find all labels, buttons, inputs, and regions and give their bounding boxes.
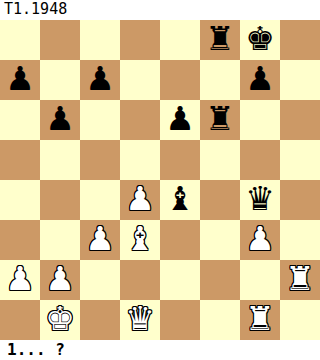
square-f7[interactable] xyxy=(200,60,240,100)
black-pawn: ♟ xyxy=(245,59,275,99)
square-d6[interactable] xyxy=(120,100,160,140)
black-queen: ♛ xyxy=(245,179,275,219)
puzzle-title: T1.1948 xyxy=(0,0,320,20)
square-c5[interactable] xyxy=(80,140,120,180)
square-b1[interactable]: ♚ xyxy=(40,300,80,340)
square-e1[interactable] xyxy=(160,300,200,340)
square-b8[interactable] xyxy=(40,20,80,60)
square-d5[interactable] xyxy=(120,140,160,180)
square-f2[interactable] xyxy=(200,260,240,300)
square-e3[interactable] xyxy=(160,220,200,260)
square-h7[interactable] xyxy=(280,60,320,100)
square-f5[interactable] xyxy=(200,140,240,180)
black-pawn: ♟ xyxy=(165,99,195,139)
black-rook: ♜ xyxy=(205,99,235,139)
white-pawn: ♟ xyxy=(45,259,75,299)
black-king: ♚ xyxy=(245,19,275,59)
white-pawn: ♟ xyxy=(245,219,275,259)
square-h3[interactable] xyxy=(280,220,320,260)
white-pawn: ♟ xyxy=(5,259,35,299)
square-e6[interactable]: ♟ xyxy=(160,100,200,140)
square-f8[interactable]: ♜ xyxy=(200,20,240,60)
square-c8[interactable] xyxy=(80,20,120,60)
square-b6[interactable]: ♟ xyxy=(40,100,80,140)
square-g2[interactable] xyxy=(240,260,280,300)
square-g4[interactable]: ♛ xyxy=(240,180,280,220)
square-h4[interactable] xyxy=(280,180,320,220)
chess-diagram: T1.1948 ♜♚♟♟♟♟♟♜♟♝♛♟♝♟♟♟♜♚♛♜ 1... ? xyxy=(0,0,320,360)
white-rook: ♜ xyxy=(285,259,315,299)
square-h6[interactable] xyxy=(280,100,320,140)
black-bishop: ♝ xyxy=(165,179,195,219)
black-rook: ♜ xyxy=(205,19,235,59)
square-a3[interactable] xyxy=(0,220,40,260)
square-b3[interactable] xyxy=(40,220,80,260)
white-queen: ♛ xyxy=(125,299,155,339)
square-h2[interactable]: ♜ xyxy=(280,260,320,300)
square-f3[interactable] xyxy=(200,220,240,260)
square-a5[interactable] xyxy=(0,140,40,180)
black-pawn: ♟ xyxy=(5,59,35,99)
square-e8[interactable] xyxy=(160,20,200,60)
square-c7[interactable]: ♟ xyxy=(80,60,120,100)
square-h1[interactable] xyxy=(280,300,320,340)
white-pawn: ♟ xyxy=(85,219,115,259)
square-d1[interactable]: ♛ xyxy=(120,300,160,340)
square-b4[interactable] xyxy=(40,180,80,220)
black-pawn: ♟ xyxy=(85,59,115,99)
square-d3[interactable]: ♝ xyxy=(120,220,160,260)
move-prompt: 1... ? xyxy=(0,340,320,360)
square-d7[interactable] xyxy=(120,60,160,100)
white-pawn: ♟ xyxy=(125,179,155,219)
square-b5[interactable] xyxy=(40,140,80,180)
square-b7[interactable] xyxy=(40,60,80,100)
black-pawn: ♟ xyxy=(45,99,75,139)
square-d8[interactable] xyxy=(120,20,160,60)
square-c3[interactable]: ♟ xyxy=(80,220,120,260)
square-e2[interactable] xyxy=(160,260,200,300)
square-f4[interactable] xyxy=(200,180,240,220)
white-rook: ♜ xyxy=(245,299,275,339)
square-a1[interactable] xyxy=(0,300,40,340)
square-e7[interactable] xyxy=(160,60,200,100)
square-a2[interactable]: ♟ xyxy=(0,260,40,300)
square-e5[interactable] xyxy=(160,140,200,180)
square-d4[interactable]: ♟ xyxy=(120,180,160,220)
square-a6[interactable] xyxy=(0,100,40,140)
square-a8[interactable] xyxy=(0,20,40,60)
chess-board: ♜♚♟♟♟♟♟♜♟♝♛♟♝♟♟♟♜♚♛♜ xyxy=(0,20,320,340)
square-g7[interactable]: ♟ xyxy=(240,60,280,100)
white-king: ♚ xyxy=(45,299,75,339)
square-g1[interactable]: ♜ xyxy=(240,300,280,340)
square-c6[interactable] xyxy=(80,100,120,140)
square-h5[interactable] xyxy=(280,140,320,180)
square-d2[interactable] xyxy=(120,260,160,300)
square-g8[interactable]: ♚ xyxy=(240,20,280,60)
square-b2[interactable]: ♟ xyxy=(40,260,80,300)
square-g3[interactable]: ♟ xyxy=(240,220,280,260)
square-g5[interactable] xyxy=(240,140,280,180)
square-e4[interactable]: ♝ xyxy=(160,180,200,220)
square-a4[interactable] xyxy=(0,180,40,220)
square-c1[interactable] xyxy=(80,300,120,340)
square-g6[interactable] xyxy=(240,100,280,140)
square-c2[interactable] xyxy=(80,260,120,300)
white-bishop: ♝ xyxy=(125,219,155,259)
square-f1[interactable] xyxy=(200,300,240,340)
square-h8[interactable] xyxy=(280,20,320,60)
square-f6[interactable]: ♜ xyxy=(200,100,240,140)
square-c4[interactable] xyxy=(80,180,120,220)
square-a7[interactable]: ♟ xyxy=(0,60,40,100)
